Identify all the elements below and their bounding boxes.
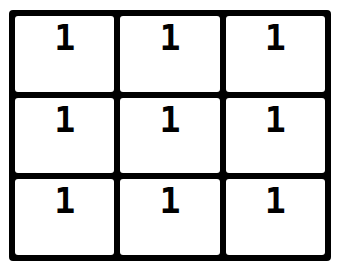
cell-value: 1 <box>265 21 286 56</box>
grid-cell-r1c0: 1 <box>15 98 114 174</box>
page: 1 1 1 1 1 1 1 1 1 <box>0 0 345 273</box>
cell-value: 1 <box>54 21 75 56</box>
cell-value: 1 <box>159 21 180 56</box>
number-grid-board: 1 1 1 1 1 1 1 1 1 <box>9 10 331 261</box>
grid-cell-r2c0: 1 <box>15 179 114 255</box>
grid-cell-r0c1: 1 <box>120 16 219 92</box>
cell-value: 1 <box>54 184 75 219</box>
cell-value: 1 <box>159 103 180 138</box>
cell-value: 1 <box>265 103 286 138</box>
cell-value: 1 <box>265 184 286 219</box>
grid-cell-r1c2: 1 <box>226 98 325 174</box>
grid-cell-r1c1: 1 <box>120 98 219 174</box>
cell-value: 1 <box>159 184 180 219</box>
grid-cell-r2c1: 1 <box>120 179 219 255</box>
grid-cell-r2c2: 1 <box>226 179 325 255</box>
grid-cell-r0c0: 1 <box>15 16 114 92</box>
cell-value: 1 <box>54 103 75 138</box>
grid-cell-r0c2: 1 <box>226 16 325 92</box>
